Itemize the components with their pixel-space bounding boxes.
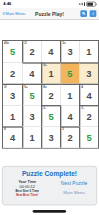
next-puzzle-button[interactable]: Next Puzzle xyxy=(61,181,88,187)
cell-value: 2 xyxy=(68,133,73,144)
grid-cell-r1c2[interactable]: 2/2 xyxy=(22,41,41,62)
best-time-label: Best Size 5 Time xyxy=(15,189,39,192)
grid-cell-r3c3[interactable]: 8x2 xyxy=(41,84,60,105)
grid-cell-r5c3[interactable]: 3 xyxy=(41,126,60,147)
grid-cell-r4c2[interactable]: 3 xyxy=(22,105,41,126)
cell-value: 3 xyxy=(10,90,15,101)
grid-cell-r3c4[interactable]: 1 xyxy=(60,84,79,105)
grid-cell-r1c1[interactable]: 40x5 xyxy=(3,41,22,62)
cell-value: 5 xyxy=(10,47,15,58)
signal-icon xyxy=(84,2,85,6)
battery-icon xyxy=(86,2,95,7)
grid-cell-r4c1[interactable]: 1 xyxy=(3,105,22,126)
grid-cell-r4c3[interactable]: 2-5 xyxy=(41,105,60,126)
app-screen: 4:46 ‹ Main Menu Puzzle Play! ✎ i 40x52/… xyxy=(0,0,99,215)
main-menu-button[interactable]: Main Menu xyxy=(63,190,84,195)
cell-value: 4 xyxy=(10,133,15,144)
cage-clue: 3/ xyxy=(4,85,7,88)
clock: 4:46 xyxy=(3,2,11,7)
pencil-notes-icon[interactable]: ✎ xyxy=(80,10,87,17)
cage-clue: 2 xyxy=(62,128,64,131)
new-best-badge: New Best Time! xyxy=(16,193,38,196)
cell-value: 3 xyxy=(86,69,91,80)
cell-value: 5 xyxy=(87,133,92,144)
grid-cell-r4c5[interactable]: 3-2 xyxy=(79,105,98,126)
cell-value: 4 xyxy=(68,111,73,122)
home-indicator[interactable] xyxy=(33,210,66,213)
grid-cell-r1c5[interactable]: 1 xyxy=(79,41,98,62)
cell-value: 2 xyxy=(87,112,92,123)
cell-value: 4 xyxy=(29,69,34,80)
cell-value: 3 xyxy=(68,47,73,58)
signal-icon xyxy=(82,3,83,6)
cage-clue: 40x xyxy=(4,41,9,44)
status-icons xyxy=(79,2,95,7)
cage-clue: 4 xyxy=(4,128,6,131)
back-chevron-icon: ‹ xyxy=(3,10,5,17)
grid-cell-r3c1[interactable]: 3/3 xyxy=(3,84,22,105)
nav-icons: ✎ i xyxy=(80,10,96,17)
grid-cell-r2c2[interactable]: 4 xyxy=(22,62,41,83)
cage-clue: 2- xyxy=(43,107,46,110)
cage-clue: 8x xyxy=(43,85,46,88)
grid-cell-r5c4[interactable]: 22 xyxy=(60,126,79,147)
cage-clue: 3x xyxy=(62,41,65,44)
grid-cell-r5c1[interactable]: 44 xyxy=(3,126,22,147)
cage-clue: 2/ xyxy=(24,41,27,44)
grid-cell-r2c1[interactable]: 2 xyxy=(3,62,22,83)
grid-cell-r3c5[interactable]: 44 xyxy=(79,84,98,105)
cell-value: 2 xyxy=(49,90,54,101)
cage-clue: 9+ xyxy=(24,85,27,88)
info-icon[interactable]: i xyxy=(90,10,97,17)
grid-cell-r5c2[interactable]: 1 xyxy=(22,126,41,147)
cell-value: 1 xyxy=(67,90,72,101)
cell-value: 5 xyxy=(30,90,35,101)
grid-cell-r2c5[interactable]: 3 xyxy=(79,62,98,83)
cage-clue: 9+ xyxy=(43,64,46,67)
cell-value: 5 xyxy=(49,112,54,123)
cell-value: 4 xyxy=(48,47,53,58)
complete-title: Puzzle Complete! xyxy=(3,170,97,178)
grid-cell-r1c3[interactable]: 4 xyxy=(41,41,60,62)
grid-cell-r3c2[interactable]: 9+5 xyxy=(22,84,41,105)
cell-value: 5 xyxy=(67,69,72,80)
grid-cell-r5c5[interactable]: 5 xyxy=(79,126,98,147)
status-bar: 4:46 xyxy=(0,0,99,8)
your-time-label: Your Time xyxy=(18,179,36,183)
grid-cell-r2c4[interactable]: 5 xyxy=(60,62,79,83)
cell-value: 4 xyxy=(87,90,92,101)
cell-value: 1 xyxy=(49,69,54,80)
cell-value: 1 xyxy=(10,111,15,122)
cage-clue: 4 xyxy=(81,85,83,88)
cell-value: 3 xyxy=(49,133,54,144)
nav-bar: ‹ Main Menu Puzzle Play! ✎ i xyxy=(0,8,99,20)
back-button[interactable]: ‹ Main Menu xyxy=(3,11,26,17)
cell-value: 2 xyxy=(10,69,15,80)
cell-value: 3 xyxy=(30,111,35,122)
kenken-grid: 40x52/243x31249+1533/39+58x2144132-543-2… xyxy=(2,40,99,149)
grid-cell-r1c4[interactable]: 3x3 xyxy=(60,41,79,62)
signal-icon xyxy=(79,3,80,5)
grid-cell-r2c3[interactable]: 9+1 xyxy=(41,62,60,83)
cage-clue: 3- xyxy=(81,107,84,110)
puzzle-complete-panel: Puzzle Complete! Your Time 00:00:12 Best… xyxy=(2,166,97,205)
back-button-label: Main Menu xyxy=(6,11,26,16)
cell-value: 1 xyxy=(30,133,35,144)
your-time-value: 00:00:12 xyxy=(19,184,35,189)
cell-value: 2 xyxy=(30,47,35,58)
cell-value: 1 xyxy=(86,47,91,58)
grid-cell-r4c4[interactable]: 4 xyxy=(60,105,79,126)
